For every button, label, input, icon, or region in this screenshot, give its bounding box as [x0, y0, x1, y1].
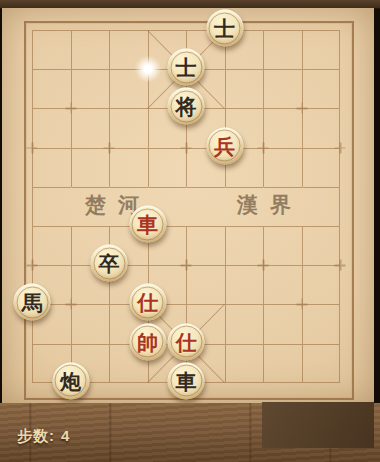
piece-character: 仕	[176, 331, 197, 352]
piece-red-soldier[interactable]: 兵	[206, 127, 243, 164]
point-marker	[65, 103, 76, 114]
point-marker	[258, 142, 269, 153]
piece-black-soldier[interactable]: 卒	[91, 245, 128, 282]
piece-character: 兵	[214, 135, 235, 156]
piece-black-advisor[interactable]: 士	[168, 49, 205, 86]
overlay-box	[262, 402, 374, 448]
board-cell	[263, 304, 302, 343]
piece-character: 馬	[22, 292, 43, 313]
point-marker	[335, 260, 346, 271]
board-cell	[32, 108, 71, 147]
step-counter-label: 步数:	[17, 427, 55, 446]
board-cell	[109, 148, 148, 187]
board-cell	[263, 344, 302, 383]
board-cell	[71, 69, 110, 108]
piece-character: 車	[176, 370, 197, 391]
point-marker	[258, 260, 269, 271]
board-cell	[302, 148, 341, 187]
piece-black-chariot[interactable]: 車	[168, 362, 205, 399]
piece-character: 車	[137, 214, 158, 235]
point-marker	[181, 260, 192, 271]
board-cell	[32, 226, 71, 265]
board-cell	[263, 30, 302, 69]
point-marker	[181, 142, 192, 153]
piece-character: 士	[214, 18, 235, 39]
piece-black-general[interactable]: 将	[168, 88, 205, 125]
point-marker	[27, 142, 38, 153]
board-cell	[32, 30, 71, 69]
point-marker	[296, 299, 307, 310]
board-cell	[302, 265, 341, 304]
board-cell	[32, 187, 71, 226]
board-cell	[71, 148, 110, 187]
board-cell	[225, 344, 264, 383]
board-cell	[263, 148, 302, 187]
piece-black-horse[interactable]: 馬	[14, 284, 51, 321]
piece-red-general[interactable]: 帥	[129, 323, 166, 360]
board-cell	[225, 265, 264, 304]
board-cell	[263, 108, 302, 147]
piece-character: 士	[176, 57, 197, 78]
board-cell	[186, 187, 225, 226]
board-cell	[263, 226, 302, 265]
board-cell	[186, 265, 225, 304]
river-label-right: 漢界	[225, 191, 303, 219]
board-cell	[71, 304, 110, 343]
piece-character: 帥	[137, 331, 158, 352]
board-cell	[302, 304, 341, 343]
point-marker	[27, 260, 38, 271]
piece-red-advisor[interactable]: 仕	[168, 323, 205, 360]
point-marker	[335, 142, 346, 153]
piece-character: 仕	[137, 292, 158, 313]
board-cell	[32, 148, 71, 187]
board-cell	[109, 108, 148, 147]
move-hint-sparkle	[135, 56, 161, 82]
piece-red-chariot[interactable]: 車	[129, 206, 166, 243]
piece-black-advisor[interactable]: 士	[206, 10, 243, 47]
step-counter: 步数: 4	[17, 427, 70, 446]
piece-red-advisor[interactable]: 仕	[129, 284, 166, 321]
point-marker	[296, 103, 307, 114]
point-marker	[65, 299, 76, 310]
board-cell	[225, 304, 264, 343]
board-cell	[302, 69, 341, 108]
piece-character: 炮	[60, 370, 81, 391]
piece-character: 将	[176, 96, 197, 117]
board-cell	[302, 30, 341, 69]
piece-character: 卒	[99, 253, 120, 274]
board-cell	[225, 69, 264, 108]
step-counter-value: 4	[61, 427, 70, 444]
board-cell	[148, 148, 187, 187]
board-cell	[71, 30, 110, 69]
board-cell	[302, 187, 341, 226]
piece-black-cannon[interactable]: 炮	[52, 362, 89, 399]
xiangqi-app-screen: 楚河 漢界 步数: 4 士士将兵車卒馬仕帥仕炮車	[0, 0, 380, 462]
board-cell	[302, 344, 341, 383]
point-marker	[104, 142, 115, 153]
board-cell	[186, 226, 225, 265]
